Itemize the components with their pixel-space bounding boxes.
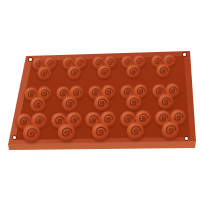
corner-hole-top-right bbox=[182, 53, 186, 57]
swirl-cavity bbox=[153, 108, 187, 141]
swirl-cavity bbox=[60, 55, 88, 81]
cavity-row-1 bbox=[31, 53, 178, 81]
swirl-cavity bbox=[55, 84, 86, 113]
swirl-cavity bbox=[150, 53, 178, 79]
swirl-cavity bbox=[119, 83, 150, 112]
cavity-row-3 bbox=[15, 108, 188, 144]
swirl-cavity bbox=[49, 110, 83, 143]
swirl-cavity bbox=[84, 110, 118, 143]
swirl-cavity bbox=[119, 109, 153, 142]
swirl-cavity bbox=[120, 54, 148, 80]
swirl-cavity bbox=[23, 85, 54, 114]
swirl-cavity bbox=[31, 56, 59, 82]
swirl-cavity bbox=[15, 111, 49, 144]
swirl-cavity bbox=[90, 55, 118, 81]
product-photo bbox=[0, 0, 200, 200]
swirl-cavity bbox=[87, 84, 118, 113]
swirl-cavity bbox=[151, 82, 182, 111]
